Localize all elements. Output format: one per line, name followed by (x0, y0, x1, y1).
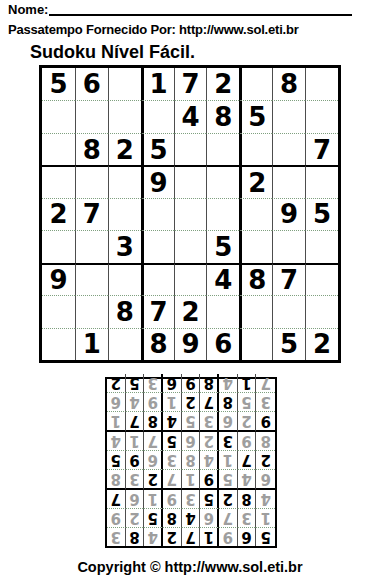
puzzle-cell-r9c7[interactable] (239, 328, 272, 360)
puzzle-cell-r6c9[interactable] (305, 230, 338, 262)
solution-cell-r9c7: 3 (144, 374, 163, 393)
solution-cell-r9c1: 7 (256, 374, 275, 393)
provider-text: Passatempo Fornecido Por: http://www.sol… (8, 22, 299, 37)
puzzle-cell-r7c2[interactable] (75, 263, 108, 295)
puzzle-cell-r1c1: 5 (42, 68, 75, 100)
puzzle-cell-r3c7[interactable] (239, 133, 272, 165)
solution-cell-r4c1: 6 (256, 470, 275, 490)
solution-cell-r5c3: 1 (219, 451, 238, 470)
puzzle-cell-r8c4: 7 (141, 295, 174, 327)
puzzle-cell-r2c1[interactable] (42, 100, 75, 132)
puzzle-cell-r1c3[interactable] (108, 68, 141, 100)
puzzle-cell-r4c3[interactable] (108, 165, 141, 197)
puzzle-cell-r2c4[interactable] (141, 100, 174, 132)
puzzle-cell-r2c8[interactable] (272, 100, 305, 132)
puzzle-cell-r9c4: 8 (141, 328, 174, 360)
puzzle-cell-r6c3: 3 (108, 230, 141, 262)
puzzle-cell-r6c4[interactable] (141, 230, 174, 262)
solution-cell-r5c2: 7 (238, 451, 257, 470)
puzzle-cell-r8c1[interactable] (42, 295, 75, 327)
puzzle-cell-r4c5[interactable] (174, 165, 207, 197)
puzzle-cell-r8c5: 2 (174, 295, 207, 327)
solution-grid-rotated: 5691724831376485294825391676459172382714… (105, 377, 277, 548)
solution-cell-r6c4: 2 (200, 432, 219, 451)
solution-cell-r3c9: 7 (107, 490, 126, 509)
puzzle-cell-r5c6[interactable] (206, 198, 239, 230)
puzzle-cell-r3c4: 5 (141, 133, 174, 165)
puzzle-cell-r3c9: 7 (305, 133, 338, 165)
solution-cell-r3c6: 9 (163, 490, 182, 509)
solution-cell-r4c4: 9 (200, 470, 219, 490)
puzzle-cell-r4c8[interactable] (272, 165, 305, 197)
solution-cell-r6c9: 4 (107, 432, 126, 451)
solution-cell-r4c3: 5 (219, 470, 238, 490)
solution-cell-r3c5: 3 (182, 490, 201, 509)
puzzle-cell-r7c4[interactable] (141, 263, 174, 295)
solution-cell-r7c1: 9 (256, 412, 275, 432)
name-label: Nome: (8, 2, 48, 17)
solution-cell-r3c1: 4 (256, 490, 275, 509)
puzzle-cell-r3c8[interactable] (272, 133, 305, 165)
solution-cell-r8c5: 2 (182, 393, 201, 412)
puzzle-grid[interactable]: 5617284858257922795359487872189652 (39, 65, 341, 363)
puzzle-cell-r9c3[interactable] (108, 328, 141, 360)
solution-cell-r8c4: 7 (200, 393, 219, 412)
puzzle-cell-r2c5: 4 (174, 100, 207, 132)
solution-cell-r1c2: 6 (238, 528, 257, 546)
puzzle-cell-r4c6[interactable] (206, 165, 239, 197)
solution-cell-r4c5: 1 (182, 470, 201, 490)
solution-cell-r5c5: 8 (182, 451, 201, 470)
puzzle-cell-r9c5: 9 (174, 328, 207, 360)
solution-cell-r3c4: 5 (200, 490, 219, 509)
solution-cell-r4c9: 8 (107, 470, 126, 490)
solution-cell-r8c6: 1 (163, 393, 182, 412)
solution-cell-r1c8: 8 (126, 528, 145, 546)
puzzle-cell-r1c8: 8 (272, 68, 305, 100)
solution-cell-r2c5: 4 (182, 509, 201, 528)
puzzle-cell-r5c7[interactable] (239, 198, 272, 230)
solution-cell-r6c6: 5 (163, 432, 182, 451)
solution-cell-r8c8: 4 (126, 393, 145, 412)
puzzle-cell-r7c7: 8 (239, 263, 272, 295)
puzzle-cell-r4c9[interactable] (305, 165, 338, 197)
puzzle-cell-r9c8: 5 (272, 328, 305, 360)
puzzle-cell-r7c3[interactable] (108, 263, 141, 295)
solution-cell-r8c2: 5 (238, 393, 257, 412)
solution-cell-r9c3: 4 (219, 374, 238, 393)
solution-cell-r9c6: 6 (163, 374, 182, 393)
puzzle-cell-r6c7[interactable] (239, 230, 272, 262)
solution-cell-r1c7: 4 (144, 528, 163, 546)
solution-cell-r6c8: 1 (126, 432, 145, 451)
puzzle-cell-r8c8[interactable] (272, 295, 305, 327)
puzzle-cell-r9c1[interactable] (42, 328, 75, 360)
puzzle-cell-r9c2: 1 (75, 328, 108, 360)
solution-cell-r4c8: 3 (126, 470, 145, 490)
puzzle-cell-r8c6[interactable] (206, 295, 239, 327)
solution-cell-r2c7: 5 (144, 509, 163, 528)
puzzle-cell-r6c1[interactable] (42, 230, 75, 262)
puzzle-cell-r1c7[interactable] (239, 68, 272, 100)
copyright-text: Copyright © http://www.sol.eti.br (0, 559, 380, 575)
puzzle-cell-r5c5[interactable] (174, 198, 207, 230)
puzzle-cell-r5c2: 7 (75, 198, 108, 230)
solution-cell-r5c6: 3 (163, 451, 182, 470)
solution-cell-r3c7: 1 (144, 490, 163, 509)
solution-cell-r7c5: 5 (182, 412, 201, 432)
puzzle-cell-r2c6: 8 (206, 100, 239, 132)
puzzle-cell-r5c8: 9 (272, 198, 305, 230)
puzzle-cell-r7c6: 4 (206, 263, 239, 295)
puzzle-cell-r5c4[interactable] (141, 198, 174, 230)
puzzle-cell-r5c3[interactable] (108, 198, 141, 230)
puzzle-cell-r5c1: 2 (42, 198, 75, 230)
solution-cell-r5c7: 6 (144, 451, 163, 470)
solution-cell-r2c9: 9 (107, 509, 126, 528)
puzzle-cell-r3c6[interactable] (206, 133, 239, 165)
page-title: Sudoku Nível Fácil. (30, 42, 195, 63)
solution-cell-r5c1: 2 (256, 451, 275, 470)
solution-cell-r9c9: 2 (107, 374, 126, 393)
solution-cell-r6c3: 3 (219, 432, 238, 451)
puzzle-cell-r1c2: 6 (75, 68, 108, 100)
solution-cell-r3c2: 8 (238, 490, 257, 509)
puzzle-cell-r4c4: 9 (141, 165, 174, 197)
puzzle-cell-r3c5[interactable] (174, 133, 207, 165)
puzzle-cell-r7c9[interactable] (305, 263, 338, 295)
solution-cell-r3c3: 2 (219, 490, 238, 509)
puzzle-cell-r4c7: 2 (239, 165, 272, 197)
puzzle-cell-r2c9[interactable] (305, 100, 338, 132)
solution-cell-r7c8: 7 (126, 412, 145, 432)
solution-cell-r5c4: 4 (200, 451, 219, 470)
puzzle-cell-r7c1: 9 (42, 263, 75, 295)
solution-cell-r2c4: 6 (200, 509, 219, 528)
solution-cell-r2c1: 1 (256, 509, 275, 528)
puzzle-cell-r9c9: 2 (305, 328, 338, 360)
puzzle-cell-r4c1[interactable] (42, 165, 75, 197)
solution-cell-r1c1: 5 (256, 528, 275, 546)
puzzle-cell-r1c4: 1 (141, 68, 174, 100)
solution-cell-r1c4: 1 (200, 528, 219, 546)
solution-cell-r2c6: 8 (163, 509, 182, 528)
solution-cell-r2c2: 3 (238, 509, 257, 528)
puzzle-cell-r1c6: 2 (206, 68, 239, 100)
puzzle-cell-r5c9: 5 (305, 198, 338, 230)
solution-cell-r6c5: 6 (182, 432, 201, 451)
solution-cell-r7c4: 3 (200, 412, 219, 432)
puzzle-cell-r2c3[interactable] (108, 100, 141, 132)
solution-cell-r7c2: 2 (238, 412, 257, 432)
puzzle-cell-r6c8[interactable] (272, 230, 305, 262)
solution-cell-r8c7: 9 (144, 393, 163, 412)
solution-cell-r7c7: 8 (144, 412, 163, 432)
solution-cell-r9c5: 9 (182, 374, 201, 393)
solution-cell-r7c3: 6 (219, 412, 238, 432)
puzzle-cell-r6c6: 5 (206, 230, 239, 262)
solution-cell-r6c2: 9 (238, 432, 257, 451)
solution-cell-r3c8: 6 (126, 490, 145, 509)
puzzle-cell-r3c2: 8 (75, 133, 108, 165)
solution-cell-r7c9: 1 (107, 412, 126, 432)
puzzle-cell-r7c5[interactable] (174, 263, 207, 295)
puzzle-cell-r8c9[interactable] (305, 295, 338, 327)
puzzle-cell-r2c7: 5 (239, 100, 272, 132)
puzzle-cell-r7c8: 7 (272, 263, 305, 295)
puzzle-cell-r2c2[interactable] (75, 100, 108, 132)
solution-cell-r9c4: 8 (200, 374, 219, 393)
puzzle-cell-r6c5[interactable] (174, 230, 207, 262)
solution-cell-r1c5: 7 (182, 528, 201, 546)
solution-cell-r2c8: 2 (126, 509, 145, 528)
name-fill-in-line[interactable] (49, 2, 352, 16)
puzzle-cell-r3c3: 2 (108, 133, 141, 165)
puzzle-cell-r9c6: 6 (206, 328, 239, 360)
solution-cell-r8c3: 8 (219, 393, 238, 412)
solution-cell-r9c8: 5 (126, 374, 145, 393)
solution-cell-r6c7: 7 (144, 432, 163, 451)
puzzle-cell-r1c9[interactable] (305, 68, 338, 100)
solution-cell-r4c6: 7 (163, 470, 182, 490)
solution-cell-r4c7: 2 (144, 470, 163, 490)
puzzle-cell-r3c1[interactable] (42, 133, 75, 165)
solution-cell-r5c8: 9 (126, 451, 145, 470)
puzzle-cell-r4c2[interactable] (75, 165, 108, 197)
puzzle-cell-r6c2[interactable] (75, 230, 108, 262)
solution-cell-r6c1: 8 (256, 432, 275, 451)
solution-cell-r9c2: 1 (238, 374, 257, 393)
sudoku-page: Nome: Passatempo Fornecido Por: http://w… (0, 0, 380, 585)
solution-cell-r4c2: 4 (238, 470, 257, 490)
puzzle-cell-r8c7[interactable] (239, 295, 272, 327)
solution-cell-r5c9: 5 (107, 451, 126, 470)
puzzle-cell-r8c2[interactable] (75, 295, 108, 327)
solution-cell-r1c3: 9 (219, 528, 238, 546)
solution-cell-r8c1: 3 (256, 393, 275, 412)
solution-cell-r1c9: 3 (107, 528, 126, 546)
solution-cell-r1c6: 2 (163, 528, 182, 546)
solution-cell-r2c3: 7 (219, 509, 238, 528)
puzzle-cell-r8c3: 8 (108, 295, 141, 327)
puzzle-cell-r1c5: 7 (174, 68, 207, 100)
solution-cell-r8c9: 6 (107, 393, 126, 412)
solution-cell-r7c6: 4 (163, 412, 182, 432)
